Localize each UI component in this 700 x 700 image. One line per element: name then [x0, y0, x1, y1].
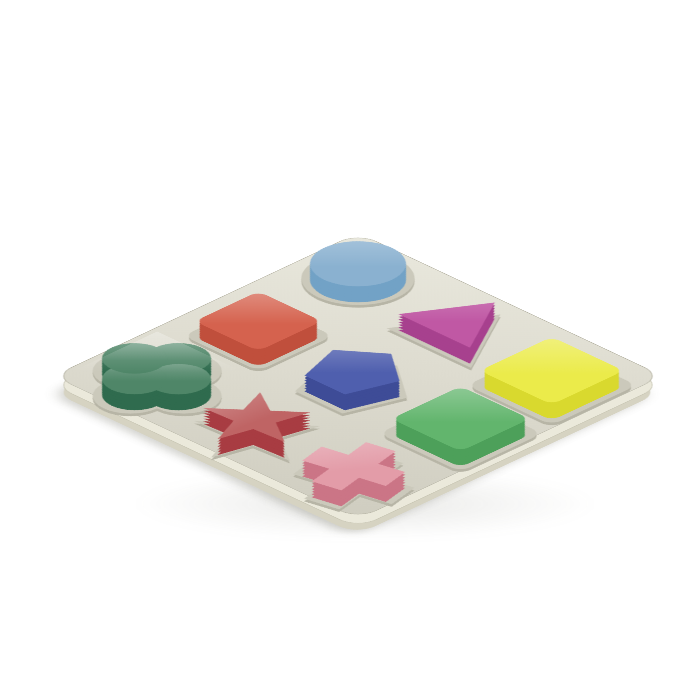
piece-pentagon-blue — [289, 343, 428, 408]
piece-square-yellow — [480, 343, 624, 411]
flower-petal — [89, 337, 181, 380]
piece-circle-blue — [290, 238, 426, 302]
product-photo-scene — [0, 0, 700, 700]
piece-triangle-magenta — [384, 288, 540, 361]
piece-square-orange — [194, 298, 321, 358]
